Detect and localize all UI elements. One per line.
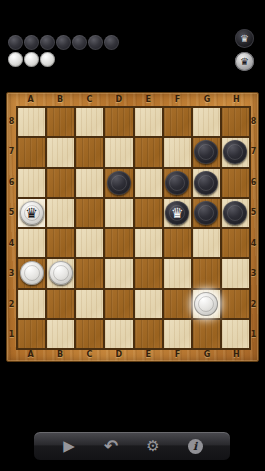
piece-black-man[interactable]: [223, 201, 247, 225]
square-a3[interactable]: [18, 259, 45, 287]
square-d4[interactable]: [105, 229, 132, 257]
square-b5[interactable]: [47, 199, 74, 227]
piece-black-man[interactable]: [194, 140, 218, 164]
rank-label-4: 4: [7, 228, 16, 259]
crown-icon: ♛: [240, 34, 249, 44]
square-c3[interactable]: [76, 259, 103, 287]
square-c6[interactable]: [76, 169, 103, 197]
captured-white-piece: [24, 52, 39, 67]
square-f4[interactable]: [164, 229, 191, 257]
square-g7[interactable]: [193, 138, 220, 166]
square-d1[interactable]: [105, 320, 132, 348]
square-d6[interactable]: [105, 169, 132, 197]
captured-black-piece: [24, 35, 39, 50]
square-f5[interactable]: ♛: [164, 199, 191, 227]
square-e5[interactable]: [135, 199, 162, 227]
piece-black-king[interactable]: ♛: [165, 201, 189, 225]
square-a5[interactable]: ♛: [18, 199, 45, 227]
piece-white-man[interactable]: [49, 261, 73, 285]
settings-button[interactable]: ⚙: [140, 433, 166, 459]
gear-icon: ⚙: [146, 439, 159, 454]
rank-label-5: 5: [7, 198, 16, 229]
file-label-h: H: [222, 93, 251, 106]
square-b6[interactable]: [47, 169, 74, 197]
square-e6[interactable]: [135, 169, 162, 197]
rank-label-3: 3: [7, 259, 16, 290]
captured-black-piece: [56, 35, 71, 50]
board-grid: ♛♛: [16, 106, 251, 350]
square-f8[interactable]: [164, 108, 191, 136]
file-label-d: D: [104, 93, 133, 106]
file-label-b: B: [45, 93, 74, 106]
piece-black-man[interactable]: [107, 171, 131, 195]
square-b2[interactable]: [47, 290, 74, 318]
play-icon: ▶: [63, 439, 75, 454]
crown-icon: ♛: [165, 201, 189, 225]
captured-tray-black: [8, 35, 119, 50]
square-f6[interactable]: [164, 169, 191, 197]
bottom-toolbar: ▶↶⚙i: [33, 431, 231, 461]
piece-white-king[interactable]: ♛: [20, 201, 44, 225]
black-player-indicator[interactable]: ♛: [235, 29, 254, 48]
rank-labels-left: 87654321: [7, 106, 16, 350]
square-g5[interactable]: [193, 199, 220, 227]
square-h5[interactable]: [222, 199, 249, 227]
square-e1[interactable]: [135, 320, 162, 348]
square-e7[interactable]: [135, 138, 162, 166]
square-a8[interactable]: [18, 108, 45, 136]
square-f3[interactable]: [164, 259, 191, 287]
rank-label-1: 1: [7, 320, 16, 351]
rank-label-6: 6: [7, 167, 16, 198]
square-h8[interactable]: [222, 108, 249, 136]
crown-icon: ♛: [240, 57, 249, 67]
square-d2[interactable]: [105, 290, 132, 318]
square-d8[interactable]: [105, 108, 132, 136]
square-a6[interactable]: [18, 169, 45, 197]
square-h2[interactable]: [222, 290, 249, 318]
square-d5[interactable]: [105, 199, 132, 227]
square-b4[interactable]: [47, 229, 74, 257]
piece-black-man[interactable]: [165, 171, 189, 195]
play-button[interactable]: ▶: [56, 433, 82, 459]
square-f2[interactable]: [164, 290, 191, 318]
square-b1[interactable]: [47, 320, 74, 348]
square-h7[interactable]: [222, 138, 249, 166]
square-a4[interactable]: [18, 229, 45, 257]
square-e8[interactable]: [135, 108, 162, 136]
square-h1[interactable]: [222, 320, 249, 348]
undo-icon: ↶: [104, 438, 118, 455]
square-g6[interactable]: [193, 169, 220, 197]
captured-black-piece: [104, 35, 119, 50]
square-g4[interactable]: [193, 229, 220, 257]
square-e4[interactable]: [135, 229, 162, 257]
file-label-c: C: [75, 93, 104, 106]
square-b7[interactable]: [47, 138, 74, 166]
undo-button[interactable]: ↶: [98, 433, 124, 459]
crown-icon: ♛: [20, 201, 44, 225]
piece-white-man[interactable]: [194, 292, 218, 316]
captured-black-piece: [88, 35, 103, 50]
square-e3[interactable]: [135, 259, 162, 287]
player-indicators: ♛♛: [235, 29, 254, 71]
square-h3[interactable]: [222, 259, 249, 287]
file-label-a: A: [16, 93, 45, 106]
square-d7[interactable]: [105, 138, 132, 166]
square-c4[interactable]: [76, 229, 103, 257]
piece-black-man[interactable]: [194, 201, 218, 225]
info-icon: i: [188, 439, 203, 454]
square-a7[interactable]: [18, 138, 45, 166]
captured-tray-white: [8, 52, 55, 67]
square-e2[interactable]: [135, 290, 162, 318]
square-g1[interactable]: [193, 320, 220, 348]
info-button[interactable]: i: [182, 433, 208, 459]
file-label-e: E: [134, 93, 163, 106]
square-c7[interactable]: [76, 138, 103, 166]
captured-black-piece: [40, 35, 55, 50]
square-g2[interactable]: [193, 290, 220, 318]
file-label-f: F: [163, 93, 192, 106]
piece-white-man[interactable]: [20, 261, 44, 285]
piece-black-man[interactable]: [223, 140, 247, 164]
square-c5[interactable]: [76, 199, 103, 227]
square-b3[interactable]: [47, 259, 74, 287]
square-a1[interactable]: [18, 320, 45, 348]
square-c8[interactable]: [76, 108, 103, 136]
square-f7[interactable]: [164, 138, 191, 166]
captured-black-piece: [72, 35, 87, 50]
square-f1[interactable]: [164, 320, 191, 348]
square-a2[interactable]: [18, 290, 45, 318]
square-h6[interactable]: [222, 169, 249, 197]
captured-white-piece: [8, 52, 23, 67]
piece-black-man[interactable]: [194, 171, 218, 195]
square-h4[interactable]: [222, 229, 249, 257]
square-c1[interactable]: [76, 320, 103, 348]
square-g8[interactable]: [193, 108, 220, 136]
white-player-indicator[interactable]: ♛: [235, 52, 254, 71]
rank-label-8: 8: [7, 106, 16, 137]
rank-label-2: 2: [7, 289, 16, 320]
captured-black-piece: [8, 35, 23, 50]
file-labels-top: ABCDEFGH: [16, 93, 251, 106]
square-c2[interactable]: [76, 290, 103, 318]
square-g3[interactable]: [193, 259, 220, 287]
board-frame: ABCDEFGH ABCDEFGH 87654321 87654321 ♛♛: [6, 92, 259, 362]
square-d3[interactable]: [105, 259, 132, 287]
file-label-g: G: [192, 93, 221, 106]
square-b8[interactable]: [47, 108, 74, 136]
captured-white-piece: [40, 52, 55, 67]
rank-label-7: 7: [7, 137, 16, 168]
